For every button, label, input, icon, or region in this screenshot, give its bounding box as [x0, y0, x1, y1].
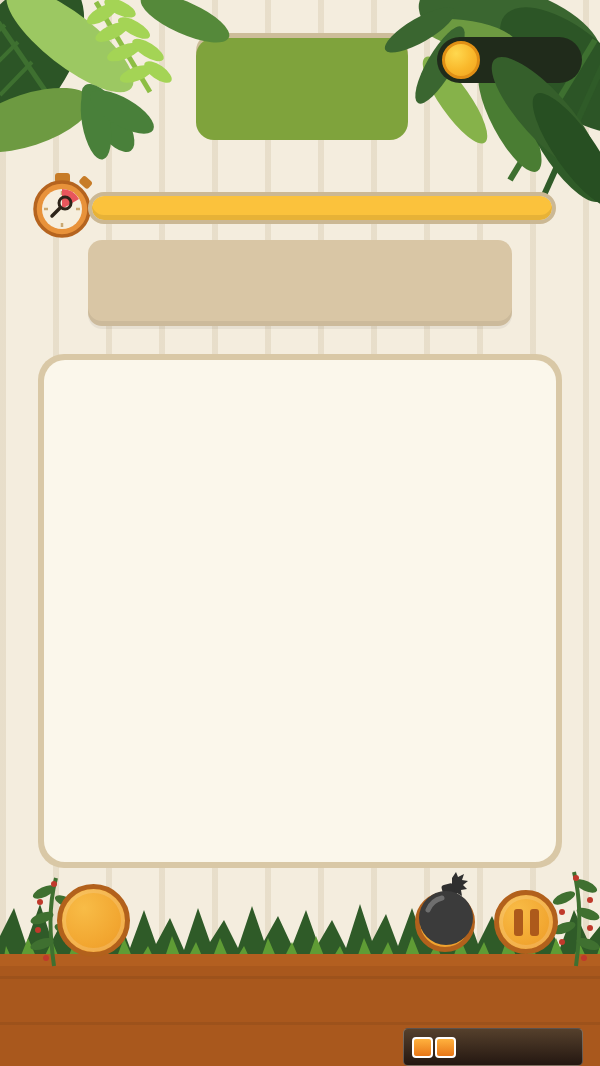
pause-bar [514, 909, 523, 936]
timer-progress-bar [88, 192, 556, 224]
next-tiles-tray [88, 240, 512, 326]
site-watermark [403, 1028, 583, 1066]
help-button[interactable] [57, 884, 130, 957]
pause-bar [530, 909, 539, 936]
leaves-decoration-top-left [0, 0, 240, 175]
bomb-icon [412, 868, 482, 954]
timer-progress-fill [92, 196, 552, 220]
pause-button[interactable] [494, 890, 558, 954]
game-screen [0, 0, 600, 1066]
board-inner [44, 360, 556, 862]
watermark-cn-box [435, 1037, 456, 1058]
game-board [38, 354, 562, 868]
watermark-cn-box [412, 1037, 433, 1058]
